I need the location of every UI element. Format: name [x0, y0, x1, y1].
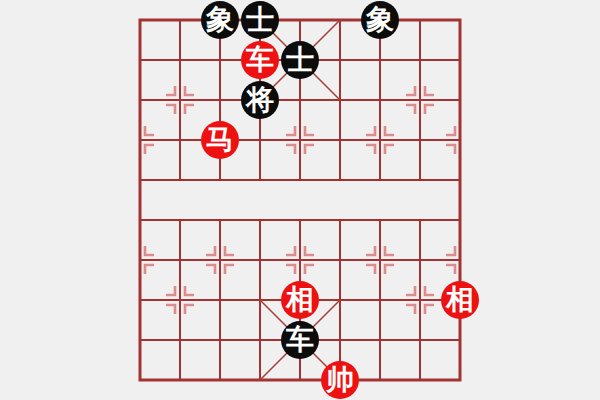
red-horse[interactable]: 马: [201, 121, 239, 159]
black-advisor[interactable]: 士: [241, 1, 279, 39]
xiangqi-board: 象士象车士将马相相车帅: [0, 0, 600, 400]
pieces-layer: 象士象车士将马相相车帅: [120, 0, 480, 400]
red-general[interactable]: 帅: [321, 361, 359, 399]
red-elephant[interactable]: 相: [441, 281, 479, 319]
red-elephant[interactable]: 相: [281, 281, 319, 319]
black-elephant[interactable]: 象: [361, 1, 399, 39]
black-general[interactable]: 将: [241, 81, 279, 119]
black-elephant[interactable]: 象: [201, 1, 239, 39]
black-advisor[interactable]: 士: [281, 41, 319, 79]
black-chariot[interactable]: 车: [281, 321, 319, 359]
red-chariot[interactable]: 车: [241, 41, 279, 79]
